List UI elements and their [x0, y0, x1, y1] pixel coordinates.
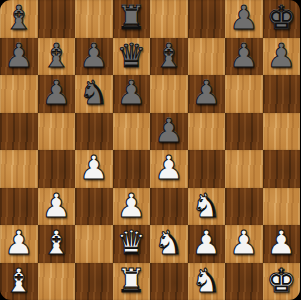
square-d5[interactable]: [113, 113, 151, 151]
black-pawn-piece[interactable]: ♟: [41, 74, 71, 112]
square-d2[interactable]: ♛: [113, 225, 151, 263]
black-knight-piece[interactable]: ♞: [79, 74, 109, 112]
square-e4[interactable]: ♟: [150, 150, 188, 188]
chess-board: ♝♜♟♚♟♝♟♛♝♟♟♟♞♟♟♟♟♟♟♟♞♟♝♛♞♟♟♟♝♜♞♚: [0, 0, 300, 300]
square-b4[interactable]: [38, 150, 76, 188]
square-h6[interactable]: [263, 75, 301, 113]
square-a6[interactable]: [0, 75, 38, 113]
square-e3[interactable]: [150, 188, 188, 226]
square-c1[interactable]: [75, 263, 113, 300]
black-pawn-piece[interactable]: ♟: [79, 37, 109, 75]
square-c6[interactable]: ♞: [75, 75, 113, 113]
square-a4[interactable]: [0, 150, 38, 188]
white-pawn-piece[interactable]: ♟: [4, 224, 34, 262]
square-b7[interactable]: ♝: [38, 38, 76, 76]
black-pawn-piece[interactable]: ♟: [229, 37, 259, 75]
square-b5[interactable]: [38, 113, 76, 151]
square-e7[interactable]: ♝: [150, 38, 188, 76]
white-pawn-piece[interactable]: ♟: [191, 224, 221, 262]
square-e1[interactable]: [150, 263, 188, 300]
black-bishop-piece[interactable]: ♝: [4, 0, 34, 37]
black-king-piece[interactable]: ♚: [266, 0, 296, 37]
white-bishop-piece[interactable]: ♝: [4, 262, 34, 300]
square-c2[interactable]: [75, 225, 113, 263]
square-g3[interactable]: [225, 188, 263, 226]
square-g7[interactable]: ♟: [225, 38, 263, 76]
black-bishop-piece[interactable]: ♝: [41, 37, 71, 75]
square-g2[interactable]: ♟: [225, 225, 263, 263]
white-pawn-piece[interactable]: ♟: [154, 149, 184, 187]
white-king-piece[interactable]: ♚: [266, 262, 296, 300]
square-c4[interactable]: ♟: [75, 150, 113, 188]
black-bishop-piece[interactable]: ♝: [154, 37, 184, 75]
square-h7[interactable]: ♟: [263, 38, 301, 76]
black-pawn-piece[interactable]: ♟: [191, 74, 221, 112]
square-a5[interactable]: [0, 113, 38, 151]
square-c8[interactable]: [75, 0, 113, 38]
square-b6[interactable]: ♟: [38, 75, 76, 113]
white-queen-piece[interactable]: ♛: [116, 224, 146, 262]
white-rook-piece[interactable]: ♜: [116, 262, 146, 300]
square-e8[interactable]: [150, 0, 188, 38]
square-a7[interactable]: ♟: [0, 38, 38, 76]
square-g5[interactable]: [225, 113, 263, 151]
square-f6[interactable]: ♟: [188, 75, 226, 113]
square-g1[interactable]: [225, 263, 263, 300]
black-queen-piece[interactable]: ♛: [116, 37, 146, 75]
black-pawn-piece[interactable]: ♟: [154, 112, 184, 150]
square-g6[interactable]: [225, 75, 263, 113]
square-b3[interactable]: ♟: [38, 188, 76, 226]
square-f8[interactable]: [188, 0, 226, 38]
square-g8[interactable]: ♟: [225, 0, 263, 38]
black-pawn-piece[interactable]: ♟: [116, 74, 146, 112]
square-h5[interactable]: [263, 113, 301, 151]
square-e6[interactable]: [150, 75, 188, 113]
white-pawn-piece[interactable]: ♟: [79, 149, 109, 187]
square-d7[interactable]: ♛: [113, 38, 151, 76]
square-h3[interactable]: [263, 188, 301, 226]
square-d8[interactable]: ♜: [113, 0, 151, 38]
white-pawn-piece[interactable]: ♟: [116, 187, 146, 225]
square-b1[interactable]: [38, 263, 76, 300]
square-b8[interactable]: [38, 0, 76, 38]
white-bishop-piece[interactable]: ♝: [41, 224, 71, 262]
square-f2[interactable]: ♟: [188, 225, 226, 263]
white-pawn-piece[interactable]: ♟: [41, 187, 71, 225]
square-f3[interactable]: ♞: [188, 188, 226, 226]
square-e2[interactable]: ♞: [150, 225, 188, 263]
square-d3[interactable]: ♟: [113, 188, 151, 226]
square-f7[interactable]: [188, 38, 226, 76]
square-a2[interactable]: ♟: [0, 225, 38, 263]
white-knight-piece[interactable]: ♞: [191, 262, 221, 300]
white-knight-piece[interactable]: ♞: [154, 224, 184, 262]
square-a8[interactable]: ♝: [0, 0, 38, 38]
square-c3[interactable]: [75, 188, 113, 226]
black-rook-piece[interactable]: ♜: [116, 0, 146, 37]
square-a3[interactable]: [0, 188, 38, 226]
square-h2[interactable]: ♟: [263, 225, 301, 263]
square-c5[interactable]: [75, 113, 113, 151]
square-f1[interactable]: ♞: [188, 263, 226, 300]
square-f5[interactable]: [188, 113, 226, 151]
square-g4[interactable]: [225, 150, 263, 188]
square-e5[interactable]: ♟: [150, 113, 188, 151]
black-pawn-piece[interactable]: ♟: [4, 37, 34, 75]
white-pawn-piece[interactable]: ♟: [229, 224, 259, 262]
app-background: ♝♜♟♚♟♝♟♛♝♟♟♟♞♟♟♟♟♟♟♟♞♟♝♛♞♟♟♟♝♜♞♚: [0, 0, 300, 300]
square-h1[interactable]: ♚: [263, 263, 301, 300]
white-pawn-piece[interactable]: ♟: [266, 224, 296, 262]
square-c7[interactable]: ♟: [75, 38, 113, 76]
square-a1[interactable]: ♝: [0, 263, 38, 300]
square-d6[interactable]: ♟: [113, 75, 151, 113]
square-d4[interactable]: [113, 150, 151, 188]
square-b2[interactable]: ♝: [38, 225, 76, 263]
black-pawn-piece[interactable]: ♟: [266, 37, 296, 75]
white-knight-piece[interactable]: ♞: [191, 187, 221, 225]
square-h8[interactable]: ♚: [263, 0, 301, 38]
square-f4[interactable]: [188, 150, 226, 188]
square-h4[interactable]: [263, 150, 301, 188]
square-d1[interactable]: ♜: [113, 263, 151, 300]
black-pawn-piece[interactable]: ♟: [229, 0, 259, 37]
